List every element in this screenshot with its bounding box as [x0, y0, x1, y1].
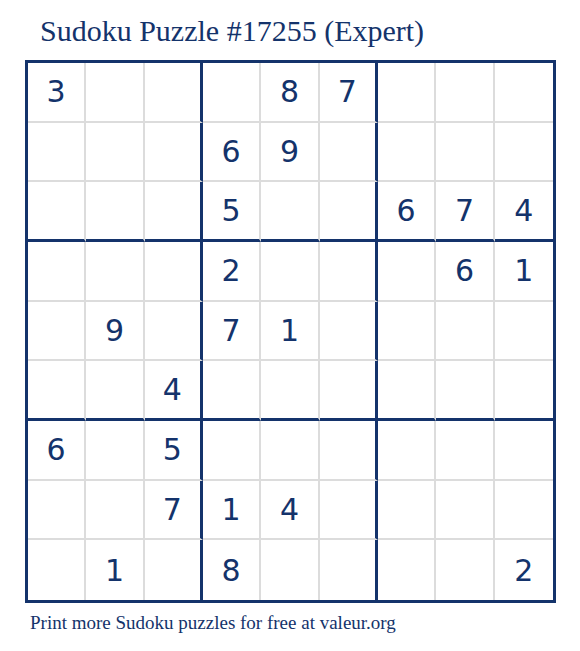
cell-r4c4: 2 [203, 242, 261, 302]
cell-r3c7: 6 [378, 182, 436, 242]
cell-r8c2 [86, 481, 144, 541]
cell-r7c9 [495, 421, 553, 481]
cell-r6c2 [86, 361, 144, 421]
cell-r3c4: 5 [203, 182, 261, 242]
cell-r4c5 [261, 242, 319, 302]
cell-r4c8: 6 [436, 242, 494, 302]
cell-r1c5: 8 [261, 63, 319, 123]
cell-r1c4 [203, 63, 261, 123]
cell-r6c8 [436, 361, 494, 421]
cell-r8c3: 7 [145, 481, 203, 541]
cell-r8c9 [495, 481, 553, 541]
cell-r5c1 [28, 302, 86, 362]
cell-r9c5 [261, 540, 319, 600]
cell-r3c5 [261, 182, 319, 242]
cell-r1c2 [86, 63, 144, 123]
cell-r2c9 [495, 123, 553, 183]
cell-r4c9: 1 [495, 242, 553, 302]
cell-r6c7 [378, 361, 436, 421]
cell-r6c9 [495, 361, 553, 421]
cell-r4c7 [378, 242, 436, 302]
cell-r5c2: 9 [86, 302, 144, 362]
cell-r6c5 [261, 361, 319, 421]
cell-r2c2 [86, 123, 144, 183]
cell-r2c3 [145, 123, 203, 183]
cell-r9c6 [320, 540, 378, 600]
cell-r3c8: 7 [436, 182, 494, 242]
cell-r6c6 [320, 361, 378, 421]
cell-r1c9 [495, 63, 553, 123]
cell-r9c8 [436, 540, 494, 600]
cell-r9c3 [145, 540, 203, 600]
cell-r3c6 [320, 182, 378, 242]
cell-r8c4: 1 [203, 481, 261, 541]
cell-r7c2 [86, 421, 144, 481]
cell-r4c6 [320, 242, 378, 302]
cell-r6c4 [203, 361, 261, 421]
cell-r4c3 [145, 242, 203, 302]
cell-r8c7 [378, 481, 436, 541]
cell-r3c2 [86, 182, 144, 242]
footer-text: Print more Sudoku puzzles for free at va… [30, 611, 396, 636]
cell-r9c9: 2 [495, 540, 553, 600]
cell-r2c4: 6 [203, 123, 261, 183]
cell-r2c8 [436, 123, 494, 183]
cell-r2c1 [28, 123, 86, 183]
cell-r6c3: 4 [145, 361, 203, 421]
cell-r7c7 [378, 421, 436, 481]
cell-r4c1 [28, 242, 86, 302]
cell-r1c1: 3 [28, 63, 86, 123]
cell-r1c7 [378, 63, 436, 123]
cell-r1c8 [436, 63, 494, 123]
cell-r1c3 [145, 63, 203, 123]
cell-r2c7 [378, 123, 436, 183]
cell-r8c1 [28, 481, 86, 541]
cell-r2c6 [320, 123, 378, 183]
cell-r5c4: 7 [203, 302, 261, 362]
cell-r4c2 [86, 242, 144, 302]
cell-r6c1 [28, 361, 86, 421]
page-title: Sudoku Puzzle #17255 (Expert) [40, 13, 424, 49]
cell-r7c8 [436, 421, 494, 481]
cell-r9c2: 1 [86, 540, 144, 600]
cell-r7c3: 5 [145, 421, 203, 481]
cell-r1c6: 7 [320, 63, 378, 123]
cell-r5c6 [320, 302, 378, 362]
cell-r3c3 [145, 182, 203, 242]
cell-r9c7 [378, 540, 436, 600]
cell-r8c8 [436, 481, 494, 541]
cell-r8c5: 4 [261, 481, 319, 541]
sudoku-board: 387695674261971465714182 [25, 60, 556, 603]
cell-r3c9: 4 [495, 182, 553, 242]
cell-r5c7 [378, 302, 436, 362]
cell-r5c5: 1 [261, 302, 319, 362]
cell-r7c4 [203, 421, 261, 481]
cell-r9c4: 8 [203, 540, 261, 600]
cell-r9c1 [28, 540, 86, 600]
cell-r3c1 [28, 182, 86, 242]
cell-r5c9 [495, 302, 553, 362]
cell-r7c1: 6 [28, 421, 86, 481]
cell-r5c3 [145, 302, 203, 362]
cell-r7c6 [320, 421, 378, 481]
cell-r5c8 [436, 302, 494, 362]
cell-r7c5 [261, 421, 319, 481]
cell-r2c5: 9 [261, 123, 319, 183]
cell-r8c6 [320, 481, 378, 541]
